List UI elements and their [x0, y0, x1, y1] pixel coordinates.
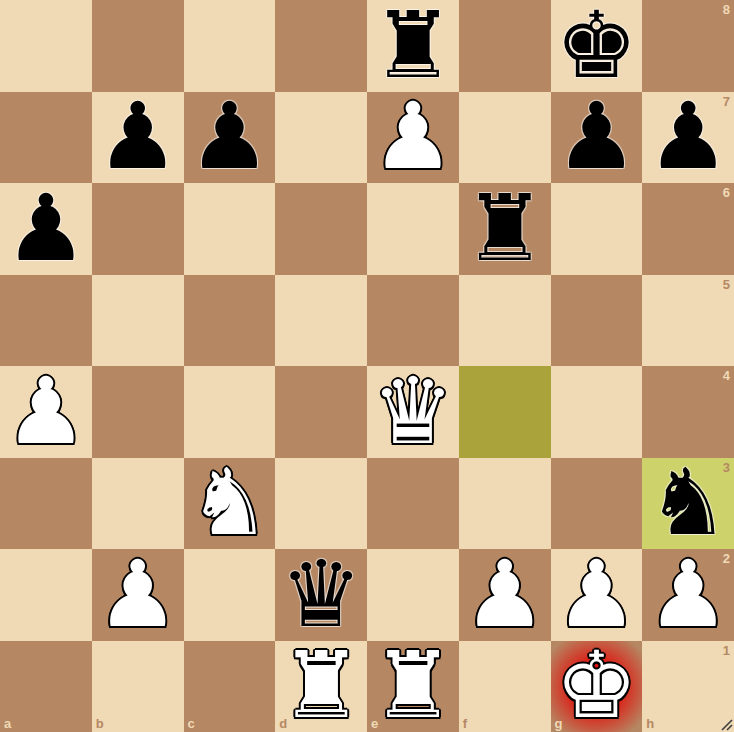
square-e8[interactable]: ♜	[367, 0, 459, 92]
square-b3[interactable]	[92, 458, 184, 550]
square-a6[interactable]: ♟	[0, 183, 92, 275]
piece-black-pawn[interactable]: ♟	[642, 92, 734, 184]
piece-white-queen[interactable]: ♛	[367, 366, 459, 458]
square-g8[interactable]: ♚	[551, 0, 643, 92]
piece-black-king[interactable]: ♚	[551, 0, 643, 92]
square-a4[interactable]: ♟	[0, 366, 92, 458]
piece-black-rook[interactable]: ♜	[459, 183, 551, 275]
square-a3[interactable]	[0, 458, 92, 550]
coord-file-a: a	[4, 716, 11, 731]
piece-black-pawn[interactable]: ♟	[0, 183, 92, 275]
square-d1[interactable]: ♜d	[275, 641, 367, 732]
square-c5[interactable]	[184, 275, 276, 367]
square-d5[interactable]	[275, 275, 367, 367]
square-g1[interactable]: ♚g	[551, 641, 643, 732]
piece-white-pawn[interactable]: ♟	[551, 549, 643, 641]
square-h5[interactable]: 5	[642, 275, 734, 367]
square-b6[interactable]	[92, 183, 184, 275]
square-c2[interactable]	[184, 549, 276, 641]
square-g5[interactable]	[551, 275, 643, 367]
square-h3[interactable]: ♞3	[642, 458, 734, 550]
square-a1[interactable]: a	[0, 641, 92, 732]
square-g6[interactable]	[551, 183, 643, 275]
resize-handle-icon[interactable]	[719, 717, 733, 731]
square-f7[interactable]	[459, 92, 551, 184]
square-d8[interactable]	[275, 0, 367, 92]
coord-rank-5: 5	[723, 277, 730, 292]
square-e1[interactable]: ♜e	[367, 641, 459, 732]
square-h8[interactable]: 8	[642, 0, 734, 92]
square-h7[interactable]: ♟7	[642, 92, 734, 184]
square-d6[interactable]	[275, 183, 367, 275]
square-b5[interactable]	[92, 275, 184, 367]
piece-white-pawn[interactable]: ♟	[0, 366, 92, 458]
square-g4[interactable]	[551, 366, 643, 458]
piece-white-pawn[interactable]: ♟	[459, 549, 551, 641]
coord-file-f: f	[463, 716, 467, 731]
square-a8[interactable]	[0, 0, 92, 92]
square-a7[interactable]	[0, 92, 92, 184]
square-e6[interactable]	[367, 183, 459, 275]
piece-white-rook[interactable]: ♜	[367, 641, 459, 732]
square-f2[interactable]: ♟	[459, 549, 551, 641]
piece-black-rook[interactable]: ♜	[367, 0, 459, 92]
square-g3[interactable]	[551, 458, 643, 550]
square-e4[interactable]: ♛	[367, 366, 459, 458]
square-d4[interactable]	[275, 366, 367, 458]
square-f1[interactable]: f	[459, 641, 551, 732]
piece-white-pawn[interactable]: ♟	[642, 549, 734, 641]
square-f4[interactable]	[459, 366, 551, 458]
piece-white-rook[interactable]: ♜	[275, 641, 367, 732]
square-d3[interactable]	[275, 458, 367, 550]
square-h2[interactable]: ♟2	[642, 549, 734, 641]
square-h4[interactable]: 4	[642, 366, 734, 458]
square-b4[interactable]	[92, 366, 184, 458]
square-b7[interactable]: ♟	[92, 92, 184, 184]
square-c3[interactable]: ♞	[184, 458, 276, 550]
square-f3[interactable]	[459, 458, 551, 550]
chess-board: ♜♚8♟♟♟♟♟7♟♜65♟♛4♞♞3♟♛♟♟♟2abc♜d♜ef♚gh1	[0, 0, 734, 732]
square-e7[interactable]: ♟	[367, 92, 459, 184]
piece-white-king[interactable]: ♚	[551, 641, 643, 732]
coord-file-c: c	[188, 716, 195, 731]
square-g2[interactable]: ♟	[551, 549, 643, 641]
piece-black-knight[interactable]: ♞	[642, 458, 734, 550]
square-f5[interactable]	[459, 275, 551, 367]
square-c8[interactable]	[184, 0, 276, 92]
piece-black-queen[interactable]: ♛	[275, 549, 367, 641]
coord-file-h: h	[646, 716, 654, 731]
piece-black-pawn[interactable]: ♟	[92, 92, 184, 184]
piece-white-knight[interactable]: ♞	[184, 458, 276, 550]
square-c4[interactable]	[184, 366, 276, 458]
square-b1[interactable]: b	[92, 641, 184, 732]
square-f8[interactable]	[459, 0, 551, 92]
coord-rank-8: 8	[723, 2, 730, 17]
square-h6[interactable]: 6	[642, 183, 734, 275]
square-g7[interactable]: ♟	[551, 92, 643, 184]
coord-rank-4: 4	[723, 368, 730, 383]
square-e3[interactable]	[367, 458, 459, 550]
coord-file-b: b	[96, 716, 104, 731]
square-b8[interactable]	[92, 0, 184, 92]
piece-black-pawn[interactable]: ♟	[551, 92, 643, 184]
square-c1[interactable]: c	[184, 641, 276, 732]
square-d7[interactable]	[275, 92, 367, 184]
square-d2[interactable]: ♛	[275, 549, 367, 641]
square-f6[interactable]: ♜	[459, 183, 551, 275]
square-a2[interactable]	[0, 549, 92, 641]
piece-white-pawn[interactable]: ♟	[367, 92, 459, 184]
piece-black-pawn[interactable]: ♟	[184, 92, 276, 184]
square-c7[interactable]: ♟	[184, 92, 276, 184]
square-e2[interactable]	[367, 549, 459, 641]
square-h1[interactable]: h1	[642, 641, 734, 732]
square-c6[interactable]	[184, 183, 276, 275]
piece-white-pawn[interactable]: ♟	[92, 549, 184, 641]
square-a5[interactable]	[0, 275, 92, 367]
square-b2[interactable]: ♟	[92, 549, 184, 641]
square-e5[interactable]	[367, 275, 459, 367]
